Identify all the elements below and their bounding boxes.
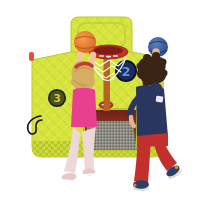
side-clip (29, 52, 34, 61)
badge-2-number: 2 (121, 64, 130, 79)
target-badge-3: 3 (49, 90, 65, 106)
badge-3-number: 3 (53, 92, 61, 105)
product-photo-scene: 2 3 (0, 0, 200, 200)
boy-shirt-label (156, 96, 164, 103)
rim-marking (99, 55, 104, 57)
rim-marking (106, 56, 111, 58)
child-boy (130, 48, 183, 191)
hoop-pole (104, 56, 111, 111)
scene-illustration: 2 3 (0, 0, 200, 200)
rim-marking (113, 55, 118, 57)
girl-hand (77, 52, 83, 58)
boy-sleeve (150, 83, 163, 96)
girl-top (71, 88, 97, 127)
orange-ball (74, 31, 96, 53)
boy-shoe (133, 180, 150, 191)
girl-hand (90, 52, 96, 58)
